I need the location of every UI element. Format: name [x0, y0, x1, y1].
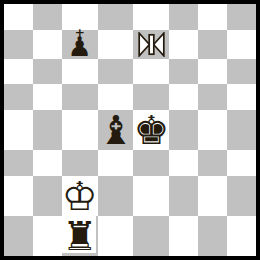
square-c6[interactable]	[62, 59, 98, 85]
square-e8[interactable]	[133, 4, 169, 30]
square-c2[interactable]: ♔	[62, 176, 98, 216]
square-h8[interactable]	[227, 4, 256, 30]
square-b1[interactable]	[33, 216, 62, 256]
piece-black-c1: ♜	[62, 216, 98, 256]
square-a8[interactable]	[4, 4, 33, 30]
square-h5[interactable]	[227, 84, 256, 110]
square-c1[interactable]: ♜	[62, 216, 98, 256]
square-f7[interactable]	[169, 30, 198, 59]
square-e7[interactable]	[133, 30, 169, 59]
square-h2[interactable]	[227, 176, 256, 216]
square-d3[interactable]	[98, 150, 134, 176]
square-e3[interactable]	[133, 150, 169, 176]
square-g2[interactable]	[198, 176, 227, 216]
square-f3[interactable]	[169, 150, 198, 176]
square-d8[interactable]	[98, 4, 134, 30]
square-f6[interactable]	[169, 59, 198, 85]
white-king-glyph: ♔	[62, 176, 98, 216]
square-h6[interactable]	[227, 59, 256, 85]
black-rook-glyph: ♜	[62, 216, 98, 256]
piece-white-e7	[138, 32, 165, 57]
square-g5[interactable]	[198, 84, 227, 110]
square-f4[interactable]	[169, 110, 198, 150]
square-e4[interactable]: ♚	[133, 110, 169, 150]
square-a6[interactable]	[4, 59, 33, 85]
square-g6[interactable]	[198, 59, 227, 85]
square-g4[interactable]	[198, 110, 227, 150]
square-h4[interactable]	[227, 110, 256, 150]
square-a5[interactable]	[4, 84, 33, 110]
square-g3[interactable]	[198, 150, 227, 176]
square-b5[interactable]	[33, 84, 62, 110]
square-d6[interactable]	[98, 59, 134, 85]
square-f8[interactable]	[169, 4, 198, 30]
square-a4[interactable]	[4, 110, 33, 150]
diagram-frame: +♟♝♚♔♜	[0, 0, 260, 260]
bowtie-fairy-piece-icon	[138, 32, 165, 57]
square-g8[interactable]	[198, 4, 227, 30]
square-d4[interactable]: ♝	[98, 110, 134, 150]
square-a2[interactable]	[4, 176, 33, 216]
square-a7[interactable]	[4, 30, 33, 59]
square-d1[interactable]	[98, 216, 134, 256]
square-b2[interactable]	[33, 176, 62, 216]
square-e6[interactable]	[133, 59, 169, 85]
square-a1[interactable]	[4, 216, 33, 256]
black-king-glyph: ♚	[133, 110, 169, 150]
square-g7[interactable]	[198, 30, 227, 59]
square-c4[interactable]	[62, 110, 98, 150]
square-c7[interactable]: +♟	[62, 30, 98, 59]
square-b8[interactable]	[33, 4, 62, 30]
square-f2[interactable]	[169, 176, 198, 216]
square-h1[interactable]	[227, 216, 256, 256]
square-a3[interactable]	[4, 150, 33, 176]
black-pawn-glyph: ♟	[68, 36, 92, 59]
square-b7[interactable]	[33, 30, 62, 59]
square-b4[interactable]	[33, 110, 62, 150]
square-e1[interactable]	[133, 216, 169, 256]
piece-black-e4: ♚	[133, 110, 169, 150]
piece-black-c7: +♟	[68, 30, 92, 59]
square-g1[interactable]	[198, 216, 227, 256]
square-e2[interactable]	[133, 176, 169, 216]
square-d2[interactable]	[98, 176, 134, 216]
piece-black-d4: ♝	[98, 110, 134, 150]
square-h7[interactable]	[227, 30, 256, 59]
square-b3[interactable]	[33, 150, 62, 176]
square-d7[interactable]	[98, 30, 134, 59]
square-f1[interactable]	[169, 216, 198, 256]
black-bishop-glyph: ♝	[98, 110, 134, 150]
square-c5[interactable]	[62, 84, 98, 110]
square-h3[interactable]	[227, 150, 256, 176]
piece-white-c2: ♔	[62, 176, 98, 216]
chess-board: +♟♝♚♔♜	[4, 4, 256, 256]
square-f5[interactable]	[169, 84, 198, 110]
square-b6[interactable]	[33, 59, 62, 85]
